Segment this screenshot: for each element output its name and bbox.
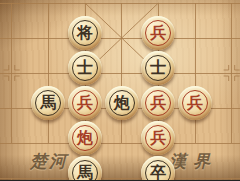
point-marker — [235, 65, 240, 70]
point-marker — [4, 76, 9, 81]
piece-character: 兵 — [150, 25, 166, 41]
piece-character: 兵 — [77, 95, 93, 111]
piece-character: 馬 — [40, 95, 56, 111]
river-label-chu-he: 楚河 — [30, 150, 68, 172]
piece-black-general[interactable]: 将 — [68, 16, 102, 50]
point-marker — [224, 76, 229, 81]
point-marker — [235, 76, 240, 81]
piece-character: 士 — [77, 60, 93, 76]
piece-ring: 士 — [72, 55, 98, 81]
piece-red-soldier[interactable]: 兵 — [178, 86, 212, 120]
point-marker — [15, 76, 20, 81]
piece-ring: 馬 — [72, 160, 98, 180]
point-marker — [4, 65, 9, 70]
river-label-han-jie: 漢界 — [169, 150, 217, 172]
piece-character: 士 — [150, 60, 166, 76]
piece-character: 兵 — [150, 95, 166, 111]
piece-ring: 兵 — [145, 125, 171, 151]
piece-character: 馬 — [77, 165, 93, 181]
piece-character: 炮 — [114, 95, 130, 111]
piece-black-cannon[interactable]: 炮 — [105, 86, 139, 120]
piece-red-cannon[interactable]: 炮 — [68, 121, 102, 155]
point-marker — [224, 65, 229, 70]
piece-ring: 兵 — [72, 90, 98, 116]
piece-ring: 炮 — [72, 125, 98, 151]
piece-ring: 兵 — [145, 20, 171, 46]
piece-ring: 炮 — [109, 90, 135, 116]
piece-character: 炮 — [77, 130, 93, 146]
piece-ring: 兵 — [145, 90, 171, 116]
piece-ring: 馬 — [35, 90, 61, 116]
piece-red-soldier[interactable]: 兵 — [68, 86, 102, 120]
piece-ring: 士 — [145, 55, 171, 81]
piece-character: 兵 — [187, 95, 203, 111]
piece-character: 兵 — [150, 130, 166, 146]
xiangqi-board[interactable]: 楚河 漢界 将兵士士馬兵炮兵兵炮兵馬卒 — [0, 0, 240, 180]
piece-character: 卒 — [150, 165, 166, 181]
point-marker — [15, 65, 20, 70]
piece-ring: 卒 — [145, 160, 171, 180]
piece-character: 将 — [77, 25, 93, 41]
piece-ring: 将 — [72, 20, 98, 46]
piece-black-advisor[interactable]: 士 — [68, 51, 102, 85]
piece-ring: 兵 — [182, 90, 208, 116]
